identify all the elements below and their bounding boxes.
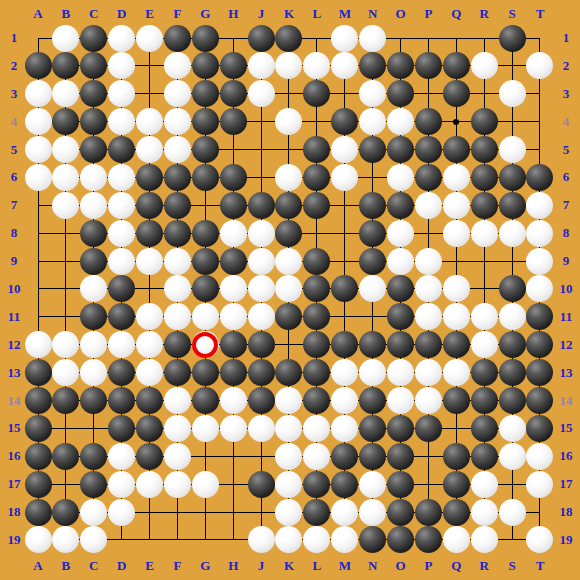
intersection-D4[interactable]	[108, 108, 136, 136]
intersection-P14[interactable]	[414, 387, 442, 415]
intersection-S2[interactable]	[498, 52, 526, 80]
intersection-M8[interactable]	[331, 219, 359, 247]
intersection-H4[interactable]	[219, 108, 247, 136]
intersection-E7[interactable]	[136, 191, 164, 219]
intersection-S8[interactable]	[498, 219, 526, 247]
intersection-H15[interactable]	[219, 414, 247, 442]
intersection-E15[interactable]	[136, 414, 164, 442]
intersection-O18[interactable]	[387, 498, 415, 526]
intersection-L11[interactable]	[303, 303, 331, 331]
intersection-D2[interactable]	[108, 52, 136, 80]
intersection-K10[interactable]	[275, 275, 303, 303]
intersection-F12[interactable]	[163, 331, 191, 359]
intersection-Q2[interactable]	[442, 52, 470, 80]
intersection-M16[interactable]	[331, 442, 359, 470]
intersection-O19[interactable]	[387, 526, 415, 554]
intersection-T1[interactable]	[526, 24, 554, 52]
intersection-M11[interactable]	[331, 303, 359, 331]
intersection-T2[interactable]	[526, 52, 554, 80]
intersection-R8[interactable]	[470, 219, 498, 247]
intersection-H5[interactable]	[219, 136, 247, 164]
intersection-C18[interactable]	[80, 498, 108, 526]
intersection-E5[interactable]	[136, 136, 164, 164]
intersection-O2[interactable]	[387, 52, 415, 80]
intersection-F7[interactable]	[163, 191, 191, 219]
intersection-P5[interactable]	[414, 136, 442, 164]
intersection-M7[interactable]	[331, 191, 359, 219]
intersection-E6[interactable]	[136, 163, 164, 191]
intersection-G11[interactable]	[191, 303, 219, 331]
intersection-H6[interactable]	[219, 163, 247, 191]
intersection-P15[interactable]	[414, 414, 442, 442]
intersection-B7[interactable]	[52, 191, 80, 219]
intersection-R18[interactable]	[470, 498, 498, 526]
intersection-K13[interactable]	[275, 359, 303, 387]
intersection-C14[interactable]	[80, 387, 108, 415]
intersection-E8[interactable]	[136, 219, 164, 247]
intersection-S12[interactable]	[498, 331, 526, 359]
intersection-D16[interactable]	[108, 442, 136, 470]
intersection-D14[interactable]	[108, 387, 136, 415]
intersection-G13[interactable]	[191, 359, 219, 387]
intersection-F11[interactable]	[163, 303, 191, 331]
intersection-C17[interactable]	[80, 470, 108, 498]
intersection-M4[interactable]	[331, 108, 359, 136]
intersection-T4[interactable]	[526, 108, 554, 136]
intersection-F13[interactable]	[163, 359, 191, 387]
intersection-D11[interactable]	[108, 303, 136, 331]
intersection-D3[interactable]	[108, 80, 136, 108]
intersection-F10[interactable]	[163, 275, 191, 303]
intersection-G8[interactable]	[191, 219, 219, 247]
intersection-F18[interactable]	[163, 498, 191, 526]
intersection-B1[interactable]	[52, 24, 80, 52]
intersection-N9[interactable]	[359, 247, 387, 275]
intersection-A19[interactable]	[24, 526, 52, 554]
intersection-B9[interactable]	[52, 247, 80, 275]
intersection-A4[interactable]	[24, 108, 52, 136]
intersection-K17[interactable]	[275, 470, 303, 498]
intersection-L5[interactable]	[303, 136, 331, 164]
intersection-S13[interactable]	[498, 359, 526, 387]
intersection-M2[interactable]	[331, 52, 359, 80]
intersection-S14[interactable]	[498, 387, 526, 415]
intersection-D13[interactable]	[108, 359, 136, 387]
intersection-T14[interactable]	[526, 387, 554, 415]
intersection-P6[interactable]	[414, 163, 442, 191]
intersection-L17[interactable]	[303, 470, 331, 498]
intersection-K2[interactable]	[275, 52, 303, 80]
intersection-A5[interactable]	[24, 136, 52, 164]
intersection-C8[interactable]	[80, 219, 108, 247]
intersection-T6[interactable]	[526, 163, 554, 191]
intersection-N12[interactable]	[359, 331, 387, 359]
intersection-P13[interactable]	[414, 359, 442, 387]
intersection-Q17[interactable]	[442, 470, 470, 498]
intersection-F14[interactable]	[163, 387, 191, 415]
intersection-K19[interactable]	[275, 526, 303, 554]
intersection-F16[interactable]	[163, 442, 191, 470]
intersection-C6[interactable]	[80, 163, 108, 191]
intersection-O7[interactable]	[387, 191, 415, 219]
intersection-G1[interactable]	[191, 24, 219, 52]
intersection-D6[interactable]	[108, 163, 136, 191]
intersection-T19[interactable]	[526, 526, 554, 554]
intersection-C3[interactable]	[80, 80, 108, 108]
intersection-J1[interactable]	[247, 24, 275, 52]
intersection-B18[interactable]	[52, 498, 80, 526]
intersection-O10[interactable]	[387, 275, 415, 303]
intersection-R13[interactable]	[470, 359, 498, 387]
intersection-Q5[interactable]	[442, 136, 470, 164]
intersection-J11[interactable]	[247, 303, 275, 331]
intersection-R17[interactable]	[470, 470, 498, 498]
intersection-S1[interactable]	[498, 24, 526, 52]
intersection-K15[interactable]	[275, 414, 303, 442]
intersection-L9[interactable]	[303, 247, 331, 275]
intersection-Q18[interactable]	[442, 498, 470, 526]
intersection-T18[interactable]	[526, 498, 554, 526]
intersection-H1[interactable]	[219, 24, 247, 52]
intersection-M17[interactable]	[331, 470, 359, 498]
intersection-G19[interactable]	[191, 526, 219, 554]
intersection-D19[interactable]	[108, 526, 136, 554]
intersection-K7[interactable]	[275, 191, 303, 219]
intersection-E19[interactable]	[136, 526, 164, 554]
intersection-O3[interactable]	[387, 80, 415, 108]
intersection-L3[interactable]	[303, 80, 331, 108]
intersection-L2[interactable]	[303, 52, 331, 80]
intersection-H19[interactable]	[219, 526, 247, 554]
intersection-N3[interactable]	[359, 80, 387, 108]
intersection-L4[interactable]	[303, 108, 331, 136]
intersection-E11[interactable]	[136, 303, 164, 331]
intersection-C11[interactable]	[80, 303, 108, 331]
intersection-O16[interactable]	[387, 442, 415, 470]
intersection-O17[interactable]	[387, 470, 415, 498]
intersection-R10[interactable]	[470, 275, 498, 303]
intersection-K5[interactable]	[275, 136, 303, 164]
intersection-S7[interactable]	[498, 191, 526, 219]
intersection-F17[interactable]	[163, 470, 191, 498]
intersection-D8[interactable]	[108, 219, 136, 247]
intersection-A1[interactable]	[24, 24, 52, 52]
intersection-S3[interactable]	[498, 80, 526, 108]
intersection-L13[interactable]	[303, 359, 331, 387]
intersection-H11[interactable]	[219, 303, 247, 331]
intersection-M13[interactable]	[331, 359, 359, 387]
intersection-F15[interactable]	[163, 414, 191, 442]
intersection-R12[interactable]	[470, 331, 498, 359]
intersection-E17[interactable]	[136, 470, 164, 498]
intersection-P16[interactable]	[414, 442, 442, 470]
intersection-N19[interactable]	[359, 526, 387, 554]
intersection-G3[interactable]	[191, 80, 219, 108]
intersection-B10[interactable]	[52, 275, 80, 303]
intersection-G17[interactable]	[191, 470, 219, 498]
intersection-F19[interactable]	[163, 526, 191, 554]
intersection-H17[interactable]	[219, 470, 247, 498]
intersection-E3[interactable]	[136, 80, 164, 108]
intersection-C16[interactable]	[80, 442, 108, 470]
intersection-B15[interactable]	[52, 414, 80, 442]
intersection-C13[interactable]	[80, 359, 108, 387]
intersection-J16[interactable]	[247, 442, 275, 470]
intersection-D9[interactable]	[108, 247, 136, 275]
intersection-R16[interactable]	[470, 442, 498, 470]
intersection-D15[interactable]	[108, 414, 136, 442]
intersection-K18[interactable]	[275, 498, 303, 526]
intersection-J19[interactable]	[247, 526, 275, 554]
intersection-P4[interactable]	[414, 108, 442, 136]
intersection-J10[interactable]	[247, 275, 275, 303]
intersection-P10[interactable]	[414, 275, 442, 303]
intersection-P17[interactable]	[414, 470, 442, 498]
intersection-R1[interactable]	[470, 24, 498, 52]
intersection-A2[interactable]	[24, 52, 52, 80]
intersection-H18[interactable]	[219, 498, 247, 526]
intersection-S16[interactable]	[498, 442, 526, 470]
intersection-A14[interactable]	[24, 387, 52, 415]
intersection-P2[interactable]	[414, 52, 442, 80]
intersection-N17[interactable]	[359, 470, 387, 498]
intersection-O13[interactable]	[387, 359, 415, 387]
intersection-P7[interactable]	[414, 191, 442, 219]
intersection-R19[interactable]	[470, 526, 498, 554]
intersection-J17[interactable]	[247, 470, 275, 498]
intersection-J5[interactable]	[247, 136, 275, 164]
intersection-O5[interactable]	[387, 136, 415, 164]
intersection-N7[interactable]	[359, 191, 387, 219]
intersection-N16[interactable]	[359, 442, 387, 470]
intersection-S10[interactable]	[498, 275, 526, 303]
intersection-G14[interactable]	[191, 387, 219, 415]
intersection-Q3[interactable]	[442, 80, 470, 108]
intersection-G7[interactable]	[191, 191, 219, 219]
intersection-F1[interactable]	[163, 24, 191, 52]
intersection-J2[interactable]	[247, 52, 275, 80]
intersection-G15[interactable]	[191, 414, 219, 442]
intersection-H8[interactable]	[219, 219, 247, 247]
intersection-N13[interactable]	[359, 359, 387, 387]
intersection-H16[interactable]	[219, 442, 247, 470]
intersection-H3[interactable]	[219, 80, 247, 108]
intersection-H14[interactable]	[219, 387, 247, 415]
intersection-S19[interactable]	[498, 526, 526, 554]
intersection-N15[interactable]	[359, 414, 387, 442]
intersection-H12[interactable]	[219, 331, 247, 359]
intersection-T3[interactable]	[526, 80, 554, 108]
intersection-O6[interactable]	[387, 163, 415, 191]
intersection-P11[interactable]	[414, 303, 442, 331]
intersection-A7[interactable]	[24, 191, 52, 219]
intersection-T8[interactable]	[526, 219, 554, 247]
intersection-G10[interactable]	[191, 275, 219, 303]
intersection-T5[interactable]	[526, 136, 554, 164]
intersection-D1[interactable]	[108, 24, 136, 52]
intersection-Q4[interactable]	[442, 108, 470, 136]
intersection-P1[interactable]	[414, 24, 442, 52]
intersection-M9[interactable]	[331, 247, 359, 275]
intersection-O8[interactable]	[387, 219, 415, 247]
intersection-N18[interactable]	[359, 498, 387, 526]
intersection-R3[interactable]	[470, 80, 498, 108]
intersection-J9[interactable]	[247, 247, 275, 275]
intersection-N11[interactable]	[359, 303, 387, 331]
intersection-P12[interactable]	[414, 331, 442, 359]
intersection-A11[interactable]	[24, 303, 52, 331]
intersection-L14[interactable]	[303, 387, 331, 415]
intersection-H13[interactable]	[219, 359, 247, 387]
intersection-S17[interactable]	[498, 470, 526, 498]
intersection-T13[interactable]	[526, 359, 554, 387]
intersection-P19[interactable]	[414, 526, 442, 554]
intersection-K12[interactable]	[275, 331, 303, 359]
intersection-K9[interactable]	[275, 247, 303, 275]
intersection-N10[interactable]	[359, 275, 387, 303]
intersection-M14[interactable]	[331, 387, 359, 415]
intersection-H2[interactable]	[219, 52, 247, 80]
intersection-C12[interactable]	[80, 331, 108, 359]
intersection-K3[interactable]	[275, 80, 303, 108]
intersection-D18[interactable]	[108, 498, 136, 526]
intersection-S5[interactable]	[498, 136, 526, 164]
intersection-K4[interactable]	[275, 108, 303, 136]
intersection-A9[interactable]	[24, 247, 52, 275]
intersection-A10[interactable]	[24, 275, 52, 303]
intersection-L18[interactable]	[303, 498, 331, 526]
intersection-B17[interactable]	[52, 470, 80, 498]
intersection-Q19[interactable]	[442, 526, 470, 554]
intersection-B16[interactable]	[52, 442, 80, 470]
intersection-C10[interactable]	[80, 275, 108, 303]
intersection-B19[interactable]	[52, 526, 80, 554]
intersection-M18[interactable]	[331, 498, 359, 526]
intersection-F6[interactable]	[163, 163, 191, 191]
intersection-F5[interactable]	[163, 136, 191, 164]
intersection-O12[interactable]	[387, 331, 415, 359]
intersection-M1[interactable]	[331, 24, 359, 52]
intersection-K11[interactable]	[275, 303, 303, 331]
intersection-Q12[interactable]	[442, 331, 470, 359]
intersection-T12[interactable]	[526, 331, 554, 359]
intersection-O1[interactable]	[387, 24, 415, 52]
intersection-C15[interactable]	[80, 414, 108, 442]
intersection-M10[interactable]	[331, 275, 359, 303]
intersection-E14[interactable]	[136, 387, 164, 415]
intersection-M5[interactable]	[331, 136, 359, 164]
intersection-G16[interactable]	[191, 442, 219, 470]
intersection-B14[interactable]	[52, 387, 80, 415]
intersection-E9[interactable]	[136, 247, 164, 275]
intersection-L10[interactable]	[303, 275, 331, 303]
intersection-B11[interactable]	[52, 303, 80, 331]
intersection-A6[interactable]	[24, 163, 52, 191]
intersection-T15[interactable]	[526, 414, 554, 442]
intersection-O9[interactable]	[387, 247, 415, 275]
intersection-J8[interactable]	[247, 219, 275, 247]
intersection-B13[interactable]	[52, 359, 80, 387]
intersection-J12[interactable]	[247, 331, 275, 359]
intersection-P9[interactable]	[414, 247, 442, 275]
intersection-T17[interactable]	[526, 470, 554, 498]
intersection-O4[interactable]	[387, 108, 415, 136]
intersection-H9[interactable]	[219, 247, 247, 275]
intersection-R6[interactable]	[470, 163, 498, 191]
intersection-G5[interactable]	[191, 136, 219, 164]
intersection-R5[interactable]	[470, 136, 498, 164]
intersection-J3[interactable]	[247, 80, 275, 108]
intersection-P18[interactable]	[414, 498, 442, 526]
intersection-B2[interactable]	[52, 52, 80, 80]
intersection-T11[interactable]	[526, 303, 554, 331]
intersection-Q16[interactable]	[442, 442, 470, 470]
intersection-M19[interactable]	[331, 526, 359, 554]
intersection-A8[interactable]	[24, 219, 52, 247]
intersection-A13[interactable]	[24, 359, 52, 387]
intersection-E12[interactable]	[136, 331, 164, 359]
intersection-C19[interactable]	[80, 526, 108, 554]
intersection-M12[interactable]	[331, 331, 359, 359]
intersection-J6[interactable]	[247, 163, 275, 191]
intersection-Q8[interactable]	[442, 219, 470, 247]
intersection-S9[interactable]	[498, 247, 526, 275]
intersection-G18[interactable]	[191, 498, 219, 526]
intersection-A15[interactable]	[24, 414, 52, 442]
intersection-T10[interactable]	[526, 275, 554, 303]
intersection-J13[interactable]	[247, 359, 275, 387]
intersection-E1[interactable]	[136, 24, 164, 52]
intersection-G4[interactable]	[191, 108, 219, 136]
intersection-E18[interactable]	[136, 498, 164, 526]
intersection-Q1[interactable]	[442, 24, 470, 52]
intersection-L7[interactable]	[303, 191, 331, 219]
intersection-E4[interactable]	[136, 108, 164, 136]
intersection-Q13[interactable]	[442, 359, 470, 387]
intersection-O11[interactable]	[387, 303, 415, 331]
intersection-N1[interactable]	[359, 24, 387, 52]
intersection-M6[interactable]	[331, 163, 359, 191]
intersection-C9[interactable]	[80, 247, 108, 275]
intersection-C2[interactable]	[80, 52, 108, 80]
intersection-E2[interactable]	[136, 52, 164, 80]
intersection-F2[interactable]	[163, 52, 191, 80]
intersection-H10[interactable]	[219, 275, 247, 303]
intersection-K16[interactable]	[275, 442, 303, 470]
intersection-R7[interactable]	[470, 191, 498, 219]
intersection-G2[interactable]	[191, 52, 219, 80]
intersection-G6[interactable]	[191, 163, 219, 191]
intersection-N4[interactable]	[359, 108, 387, 136]
intersection-J15[interactable]	[247, 414, 275, 442]
intersection-B3[interactable]	[52, 80, 80, 108]
intersection-A17[interactable]	[24, 470, 52, 498]
intersection-T9[interactable]	[526, 247, 554, 275]
intersection-K8[interactable]	[275, 219, 303, 247]
intersection-D5[interactable]	[108, 136, 136, 164]
intersection-B5[interactable]	[52, 136, 80, 164]
intersection-A3[interactable]	[24, 80, 52, 108]
intersection-J4[interactable]	[247, 108, 275, 136]
intersection-N8[interactable]	[359, 219, 387, 247]
intersection-R14[interactable]	[470, 387, 498, 415]
intersection-O14[interactable]	[387, 387, 415, 415]
intersection-L8[interactable]	[303, 219, 331, 247]
intersection-L15[interactable]	[303, 414, 331, 442]
intersection-L6[interactable]	[303, 163, 331, 191]
intersection-R4[interactable]	[470, 108, 498, 136]
intersection-R15[interactable]	[470, 414, 498, 442]
